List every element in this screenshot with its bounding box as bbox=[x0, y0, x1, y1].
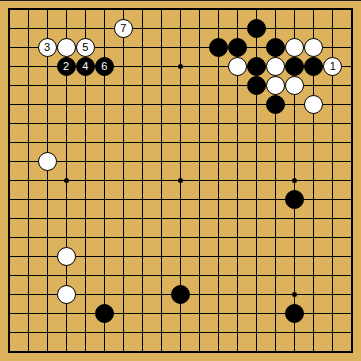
move-number-label: 4 bbox=[82, 61, 88, 72]
black-stone bbox=[304, 57, 323, 76]
white-stone-move-3: 3 bbox=[38, 38, 57, 57]
black-stone bbox=[285, 190, 304, 209]
black-stone bbox=[228, 38, 247, 57]
white-stone bbox=[57, 38, 76, 57]
white-stone bbox=[266, 57, 285, 76]
black-stone bbox=[209, 38, 228, 57]
black-stone-move-2: 2 bbox=[57, 57, 76, 76]
black-stone-move-6: 6 bbox=[95, 57, 114, 76]
black-stone bbox=[247, 19, 266, 38]
black-stone bbox=[247, 57, 266, 76]
white-stone bbox=[57, 285, 76, 304]
white-stone bbox=[304, 38, 323, 57]
stones-grid: 3572461 bbox=[0, 0, 361, 361]
move-number-label: 5 bbox=[82, 42, 88, 53]
white-stone bbox=[266, 76, 285, 95]
white-stone bbox=[57, 247, 76, 266]
black-stone bbox=[266, 38, 285, 57]
white-stone-move-5: 5 bbox=[76, 38, 95, 57]
black-stone bbox=[95, 304, 114, 323]
move-number-label: 7 bbox=[120, 23, 126, 34]
move-number-label: 2 bbox=[63, 61, 69, 72]
white-stone bbox=[285, 38, 304, 57]
white-stone-move-7: 7 bbox=[114, 19, 133, 38]
white-stone bbox=[38, 152, 57, 171]
white-stone bbox=[304, 95, 323, 114]
black-stone bbox=[266, 95, 285, 114]
go-diagram: 3572461 bbox=[0, 0, 361, 361]
move-number-label: 1 bbox=[330, 61, 336, 72]
move-number-label: 6 bbox=[101, 61, 107, 72]
white-stone bbox=[228, 57, 247, 76]
move-number-label: 3 bbox=[44, 42, 50, 53]
go-board: 3572461 bbox=[0, 0, 361, 361]
black-stone bbox=[171, 285, 190, 304]
black-stone bbox=[285, 304, 304, 323]
black-stone-move-4: 4 bbox=[76, 57, 95, 76]
black-stone bbox=[247, 76, 266, 95]
black-stone bbox=[285, 57, 304, 76]
white-stone-move-1: 1 bbox=[323, 57, 342, 76]
white-stone bbox=[285, 76, 304, 95]
